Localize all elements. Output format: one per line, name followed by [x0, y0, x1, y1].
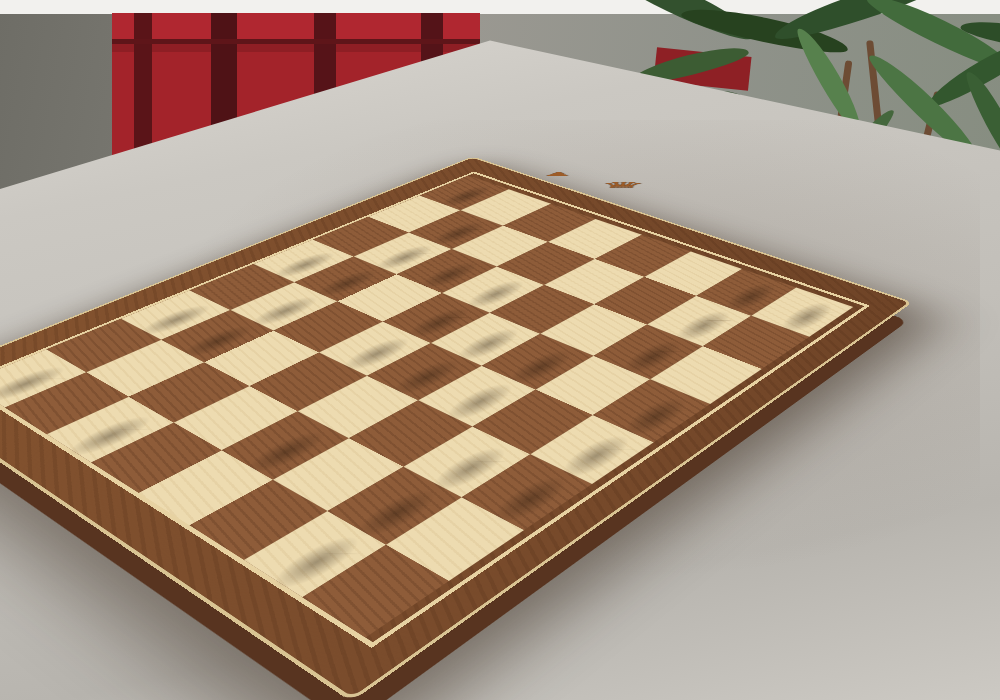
square-a8[interactable]: ♜: [0, 349, 87, 407]
chess-photo-scene: ♜♝♚♜♛♞♝♟♟♟♞♞♟♝♟♞♟♝♛♟♟♟♟♟♛♚♜♜♟ ♛♟: [0, 0, 1000, 700]
board-grid: ♜♝♚♜♛♞♝♟♟♟♞♞♟♝♟♞♟♝♛♟♟♟♟♟♛♚♜♜♟: [0, 172, 870, 648]
board-3d-wrapper: ♜♝♚♜♛♞♝♟♟♟♞♞♟♝♟♞♟♝♛♟♟♟♟♟♛♚♜♜♟ ♛♟: [100, 12, 756, 668]
